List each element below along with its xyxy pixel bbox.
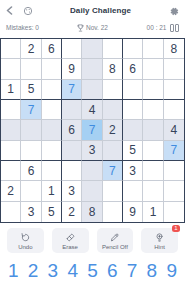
undo-label: Undo — [18, 244, 32, 250]
cell-r7c9[interactable] — [164, 161, 184, 181]
cell-r2c6[interactable]: 8 — [103, 59, 123, 79]
erase-button[interactable]: Erase — [52, 228, 89, 253]
cell-r4c8[interactable] — [143, 100, 163, 120]
cell-r5c4[interactable]: 6 — [62, 120, 82, 140]
lightbulb-icon — [154, 231, 165, 243]
cell-r3c5[interactable] — [82, 80, 102, 100]
numpad-9[interactable]: 9 — [166, 261, 177, 281]
cell-r4c7[interactable] — [123, 100, 143, 120]
daily-challenge-date: Nov. 22 — [61, 24, 124, 32]
cell-r4c3[interactable] — [42, 100, 62, 120]
pencil-label: Pencil Off — [102, 244, 128, 250]
cell-r2c5[interactable] — [82, 59, 102, 79]
hint-label: Hint — [154, 244, 165, 250]
gear-icon[interactable] — [167, 6, 179, 16]
cell-r6c6[interactable] — [103, 141, 123, 161]
cell-r4c1[interactable] — [1, 100, 21, 120]
cell-r5c9[interactable]: 4 — [164, 120, 184, 140]
cell-r2c4[interactable]: 9 — [62, 59, 82, 79]
cell-r7c2[interactable]: 6 — [21, 161, 41, 181]
numpad-4[interactable]: 4 — [67, 261, 78, 281]
cell-r6c2[interactable] — [21, 141, 41, 161]
cell-r2c7[interactable]: 6 — [123, 59, 143, 79]
cell-r8c2[interactable] — [21, 181, 41, 201]
cell-r3c7[interactable] — [123, 80, 143, 100]
cell-r5c7[interactable] — [123, 120, 143, 140]
undo-icon — [20, 231, 31, 243]
cell-r5c3[interactable] — [42, 120, 62, 140]
cell-r5c5[interactable]: 7 — [82, 120, 102, 140]
cell-r3c3[interactable] — [42, 80, 62, 100]
timer: 00 : 21 — [147, 24, 167, 31]
header: Daily Challenge — [0, 0, 185, 19]
cell-r9c1[interactable] — [1, 202, 21, 222]
undo-button[interactable]: Undo — [7, 228, 44, 253]
numpad-6[interactable]: 6 — [107, 261, 118, 281]
cell-r9c7[interactable]: 9 — [123, 202, 143, 222]
cell-r7c8[interactable] — [143, 161, 163, 181]
cell-r3c1[interactable]: 1 — [1, 80, 21, 100]
cell-r3c8[interactable] — [143, 80, 163, 100]
cell-r4c2[interactable]: 7 — [21, 100, 41, 120]
cell-r6c3[interactable] — [42, 141, 62, 161]
cell-r1c6[interactable] — [103, 39, 123, 59]
trophy-icon — [77, 24, 84, 32]
cell-r3c6[interactable] — [103, 80, 123, 100]
cell-r4c9[interactable] — [164, 100, 184, 120]
hint-badge: 1 — [172, 225, 180, 232]
cell-r9c2[interactable]: 3 — [21, 202, 41, 222]
cell-r6c9[interactable]: 7 — [164, 141, 184, 161]
cell-r8c7[interactable] — [123, 181, 143, 201]
cell-r8c5[interactable] — [82, 181, 102, 201]
cell-r4c4[interactable] — [62, 100, 82, 120]
numpad-7[interactable]: 7 — [127, 261, 138, 281]
cell-r5c8[interactable] — [143, 120, 163, 140]
cell-r8c6[interactable] — [103, 181, 123, 201]
palette-icon[interactable] — [23, 6, 34, 16]
toolbar: Undo Erase Pencil Off 1 Hint — [0, 223, 185, 253]
cell-r1c3[interactable]: 6 — [42, 39, 62, 59]
cell-r9c8[interactable]: 1 — [143, 202, 163, 222]
cell-r6c7[interactable]: 5 — [123, 141, 143, 161]
cell-r7c7[interactable]: 3 — [123, 161, 143, 181]
cell-r3c4[interactable]: 7 — [62, 80, 82, 100]
date-label: Nov. 22 — [86, 24, 108, 31]
cell-r1c7[interactable] — [123, 39, 143, 59]
cell-r2c3[interactable] — [42, 59, 62, 79]
cell-r1c8[interactable] — [143, 39, 163, 59]
cell-r2c8[interactable] — [143, 59, 163, 79]
cell-r9c4[interactable]: 2 — [62, 202, 82, 222]
cell-r1c9[interactable]: 8 — [164, 39, 184, 59]
cell-r9c9[interactable] — [164, 202, 184, 222]
mistakes-counter: Mistakes: 0 — [6, 24, 61, 31]
cell-r7c5[interactable] — [82, 161, 102, 181]
cell-r7c6[interactable]: 7 — [103, 161, 123, 181]
cell-r1c4[interactable] — [62, 39, 82, 59]
numpad-5[interactable]: 5 — [87, 261, 98, 281]
cell-r2c2[interactable] — [21, 59, 41, 79]
cell-r8c9[interactable] — [164, 181, 184, 201]
cell-r6c1[interactable] — [1, 141, 21, 161]
cell-r1c5[interactable] — [82, 39, 102, 59]
cell-r5c2[interactable] — [21, 120, 41, 140]
cell-r5c1[interactable] — [1, 120, 21, 140]
sudoku-app-screen: Daily Challenge Mistakes: 0 Nov. 22 00 :… — [0, 0, 185, 296]
cell-r6c4[interactable] — [62, 141, 82, 161]
cell-r9c3[interactable]: 5 — [42, 202, 62, 222]
numpad-8[interactable]: 8 — [147, 261, 158, 281]
cell-r9c5[interactable]: 8 — [82, 202, 102, 222]
erase-label: Erase — [62, 244, 78, 250]
cell-r6c5[interactable]: 3 — [82, 141, 102, 161]
back-button[interactable] — [6, 6, 16, 15]
cell-r2c9[interactable] — [164, 59, 184, 79]
pencil-button[interactable]: Pencil Off — [97, 228, 134, 253]
sudoku-board: 268986157746724357673213352891 — [0, 38, 185, 223]
cell-r6c8[interactable] — [143, 141, 163, 161]
cell-r3c9[interactable] — [164, 80, 184, 100]
cell-r8c8[interactable] — [143, 181, 163, 201]
status-bar: Mistakes: 0 Nov. 22 00 : 21 — [0, 19, 185, 36]
cell-r7c1[interactable] — [1, 161, 21, 181]
hint-button[interactable]: 1 Hint — [141, 228, 178, 253]
pause-button[interactable] — [170, 24, 180, 32]
cell-r8c3[interactable]: 1 — [42, 181, 62, 201]
cell-r1c2[interactable]: 2 — [21, 39, 41, 59]
cell-r2c1[interactable] — [1, 59, 21, 79]
cell-r4c6[interactable] — [103, 100, 123, 120]
cell-r9c6[interactable] — [103, 202, 123, 222]
numpad-3[interactable]: 3 — [48, 261, 59, 281]
cell-r4c5[interactable]: 4 — [82, 100, 102, 120]
number-pad: 123456789 — [0, 253, 185, 281]
cell-r5c6[interactable]: 2 — [103, 120, 123, 140]
cell-r7c4[interactable] — [62, 161, 82, 181]
numpad-1[interactable]: 1 — [8, 261, 19, 281]
cell-r3c2[interactable]: 5 — [21, 80, 41, 100]
cell-r8c1[interactable]: 2 — [1, 181, 21, 201]
pencil-icon — [109, 231, 120, 243]
cell-r1c1[interactable] — [1, 39, 21, 59]
cell-r7c3[interactable] — [42, 161, 62, 181]
cell-r8c4[interactable]: 3 — [62, 181, 82, 201]
eraser-icon — [65, 231, 76, 243]
numpad-2[interactable]: 2 — [28, 261, 39, 281]
page-title: Daily Challenge — [34, 6, 167, 15]
